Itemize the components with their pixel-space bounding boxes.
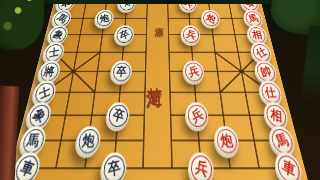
piece-face: 卒 [112,62,131,81]
piece-glyph: 象 [51,29,64,40]
board: 楚河 漢界 車馬象士將士象馬車炮炮卒卒卒卒卒兵兵兵兵兵炮炮車馬相仕帥仕相馬車 [6,0,310,180]
piece-glyph: 卒 [116,66,127,77]
piece-glyph: 仕 [254,46,268,59]
piece-glyph: 士 [38,84,51,100]
piece-glyph: 車 [281,158,296,180]
piece-face: 炮 [77,128,100,152]
piece-glyph: 兵 [185,29,196,40]
piece-glyph: 仕 [264,86,278,98]
piece-glyph: 馬 [247,13,259,23]
piece-glyph: 車 [18,159,36,179]
photo-scene: 楚河 漢界 車馬象士將士象馬車炮炮卒卒卒卒卒兵兵兵兵兵炮炮車馬相仕帥仕相馬車 [0,0,320,180]
piece-glyph: 兵 [194,159,208,179]
piece-glyph: 兵 [187,65,200,78]
piece-glyph: 炮 [220,133,234,148]
piece-glyph: 卒 [111,107,125,123]
piece-glyph: 馬 [273,132,290,149]
foliage-top-left [0,0,44,50]
piece-glyph: 馬 [26,133,41,148]
piece-glyph: 炮 [99,13,109,23]
piece-glyph: 卒 [118,28,130,40]
piece-glyph: 相 [251,30,263,39]
piece-face: 兵 [181,25,199,44]
piece-face: 炮 [215,128,238,152]
piece-glyph: 兵 [189,107,204,125]
piece-glyph: 象 [31,107,47,125]
piece-face: 兵 [189,152,213,180]
piece-glyph: 帥 [259,65,273,78]
river-label-hanjie: 漢界 [151,20,165,52]
piece-glyph: 炮 [205,13,217,25]
piece-glyph: 卒 [107,159,121,178]
foliage-right-edge [300,25,320,103]
piece-face: 卒 [103,153,126,180]
piece-glyph: 將 [43,66,56,77]
piece-glyph: 馬 [55,13,68,25]
river-label-chuhe: 楚河 [146,73,167,129]
piece-face: 相 [247,27,266,43]
piece-glyph: 士 [49,46,59,58]
piece-face: 兵 [183,61,204,83]
piece-glyph: 炮 [82,133,96,148]
piece-glyph: 相 [270,107,282,123]
